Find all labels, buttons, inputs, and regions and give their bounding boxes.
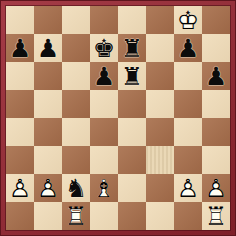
square-c4[interactable] bbox=[62, 118, 90, 146]
black-rook[interactable]: ♜ bbox=[118, 34, 146, 62]
square-a7[interactable]: ♟ bbox=[6, 34, 34, 62]
piece-outline: ♔ bbox=[174, 6, 202, 34]
black-pawn[interactable]: ♟ bbox=[90, 62, 118, 90]
white-pawn[interactable]: ♟♙ bbox=[202, 174, 230, 202]
square-d7[interactable]: ♚ bbox=[90, 34, 118, 62]
square-c3[interactable] bbox=[62, 146, 90, 174]
square-d4[interactable] bbox=[90, 118, 118, 146]
white-pawn[interactable]: ♟♙ bbox=[174, 174, 202, 202]
square-c8[interactable] bbox=[62, 6, 90, 34]
square-d3[interactable] bbox=[90, 146, 118, 174]
square-d1[interactable] bbox=[90, 202, 118, 230]
square-b8[interactable] bbox=[34, 6, 62, 34]
square-a8[interactable] bbox=[6, 6, 34, 34]
black-knight[interactable]: ♞ bbox=[62, 174, 90, 202]
square-h2[interactable]: ♟♙ bbox=[202, 174, 230, 202]
square-h3[interactable] bbox=[202, 146, 230, 174]
square-a2[interactable]: ♟♙ bbox=[6, 174, 34, 202]
square-b3[interactable] bbox=[34, 146, 62, 174]
square-e2[interactable] bbox=[118, 174, 146, 202]
square-f4[interactable] bbox=[146, 118, 174, 146]
black-pawn[interactable]: ♟ bbox=[6, 34, 34, 62]
square-e4[interactable] bbox=[118, 118, 146, 146]
white-bishop[interactable]: ♝♗ bbox=[90, 174, 118, 202]
square-f6[interactable] bbox=[146, 62, 174, 90]
board-frame: ♚♔♟♟♚♜♟♟♜♟♟♙♟♙♞♝♗♟♙♟♙♜♖♜♖ bbox=[0, 0, 236, 236]
black-rook[interactable]: ♜ bbox=[118, 62, 146, 90]
white-pawn[interactable]: ♟♙ bbox=[34, 174, 62, 202]
square-g3[interactable] bbox=[174, 146, 202, 174]
square-f2[interactable] bbox=[146, 174, 174, 202]
white-king[interactable]: ♚♔ bbox=[174, 6, 202, 34]
piece-outline: ♙ bbox=[202, 174, 230, 202]
square-b5[interactable] bbox=[34, 90, 62, 118]
chess-board: ♚♔♟♟♚♜♟♟♜♟♟♙♟♙♞♝♗♟♙♟♙♜♖♜♖ bbox=[6, 6, 230, 230]
square-g4[interactable] bbox=[174, 118, 202, 146]
square-a6[interactable] bbox=[6, 62, 34, 90]
black-pawn[interactable]: ♟ bbox=[34, 34, 62, 62]
square-g1[interactable] bbox=[174, 202, 202, 230]
square-h8[interactable] bbox=[202, 6, 230, 34]
piece-outline: ♖ bbox=[202, 202, 230, 230]
square-h6[interactable]: ♟ bbox=[202, 62, 230, 90]
square-g7[interactable]: ♟ bbox=[174, 34, 202, 62]
square-d8[interactable] bbox=[90, 6, 118, 34]
square-b2[interactable]: ♟♙ bbox=[34, 174, 62, 202]
square-e3[interactable] bbox=[118, 146, 146, 174]
square-e8[interactable] bbox=[118, 6, 146, 34]
square-g8[interactable]: ♚♔ bbox=[174, 6, 202, 34]
black-pawn[interactable]: ♟ bbox=[174, 34, 202, 62]
square-e5[interactable] bbox=[118, 90, 146, 118]
square-h1[interactable]: ♜♖ bbox=[202, 202, 230, 230]
square-c1[interactable]: ♜♖ bbox=[62, 202, 90, 230]
piece-outline: ♙ bbox=[6, 174, 34, 202]
black-king[interactable]: ♚ bbox=[90, 34, 118, 62]
square-b1[interactable] bbox=[34, 202, 62, 230]
square-b6[interactable] bbox=[34, 62, 62, 90]
white-rook[interactable]: ♜♖ bbox=[202, 202, 230, 230]
square-f8[interactable] bbox=[146, 6, 174, 34]
square-g5[interactable] bbox=[174, 90, 202, 118]
square-c7[interactable] bbox=[62, 34, 90, 62]
piece-outline: ♙ bbox=[174, 174, 202, 202]
square-g2[interactable]: ♟♙ bbox=[174, 174, 202, 202]
square-f5[interactable] bbox=[146, 90, 174, 118]
square-e1[interactable] bbox=[118, 202, 146, 230]
square-g6[interactable] bbox=[174, 62, 202, 90]
square-c2[interactable]: ♞ bbox=[62, 174, 90, 202]
square-b4[interactable] bbox=[34, 118, 62, 146]
square-d2[interactable]: ♝♗ bbox=[90, 174, 118, 202]
square-d5[interactable] bbox=[90, 90, 118, 118]
square-a1[interactable] bbox=[6, 202, 34, 230]
square-b7[interactable]: ♟ bbox=[34, 34, 62, 62]
square-e7[interactable]: ♜ bbox=[118, 34, 146, 62]
square-e6[interactable]: ♜ bbox=[118, 62, 146, 90]
square-a4[interactable] bbox=[6, 118, 34, 146]
square-a3[interactable] bbox=[6, 146, 34, 174]
square-c6[interactable] bbox=[62, 62, 90, 90]
square-h7[interactable] bbox=[202, 34, 230, 62]
piece-outline: ♗ bbox=[90, 174, 118, 202]
white-rook[interactable]: ♜♖ bbox=[62, 202, 90, 230]
square-d6[interactable]: ♟ bbox=[90, 62, 118, 90]
piece-outline: ♙ bbox=[34, 174, 62, 202]
square-a5[interactable] bbox=[6, 90, 34, 118]
square-f7[interactable] bbox=[146, 34, 174, 62]
square-f1[interactable] bbox=[146, 202, 174, 230]
piece-outline: ♖ bbox=[62, 202, 90, 230]
square-h5[interactable] bbox=[202, 90, 230, 118]
black-pawn[interactable]: ♟ bbox=[202, 62, 230, 90]
square-c5[interactable] bbox=[62, 90, 90, 118]
white-pawn[interactable]: ♟♙ bbox=[6, 174, 34, 202]
square-f3[interactable] bbox=[146, 146, 174, 174]
square-h4[interactable] bbox=[202, 118, 230, 146]
